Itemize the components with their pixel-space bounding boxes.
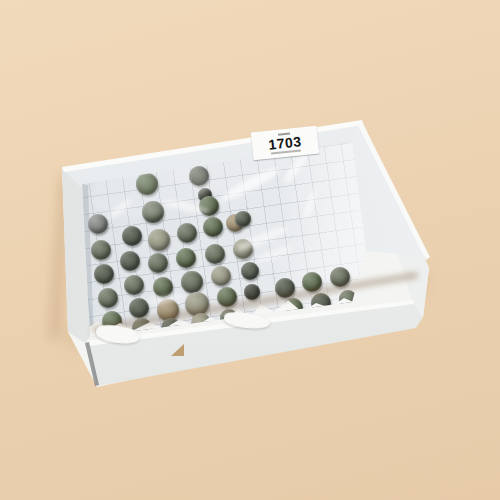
coin xyxy=(148,253,168,273)
coin xyxy=(244,284,260,300)
coin xyxy=(205,244,225,264)
coin xyxy=(148,229,170,251)
photo-auction-lot-coin-box: 1703 xyxy=(0,0,500,500)
coin xyxy=(120,251,140,271)
coin xyxy=(211,266,231,286)
coin xyxy=(122,226,142,246)
coin xyxy=(241,262,259,280)
coin xyxy=(176,248,196,268)
coin xyxy=(91,240,111,260)
coin xyxy=(94,264,114,284)
coin xyxy=(124,275,144,295)
coin xyxy=(98,288,118,308)
coin xyxy=(235,211,251,227)
coin xyxy=(177,223,197,243)
coin xyxy=(88,214,108,234)
coin xyxy=(181,271,203,293)
coin xyxy=(203,217,223,237)
